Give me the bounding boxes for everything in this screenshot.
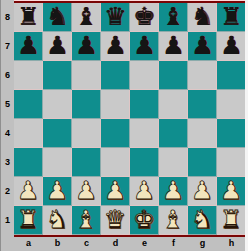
square-e4[interactable] (130, 119, 159, 148)
square-d5[interactable] (101, 90, 130, 119)
black-pawn-d7[interactable]: ♟ (104, 31, 126, 60)
rank-label-1: 1 (1, 206, 14, 235)
square-a4[interactable] (14, 119, 43, 148)
rank-label-4: 4 (1, 119, 14, 148)
square-c2[interactable]: ♟ (72, 177, 101, 206)
white-pawn-g2[interactable]: ♟ (191, 176, 213, 205)
black-queen-d8[interactable]: ♛ (104, 2, 126, 31)
square-e5[interactable] (130, 90, 159, 119)
black-knight-g8[interactable]: ♞ (191, 2, 213, 31)
file-label-c: c (72, 237, 101, 251)
black-pawn-b7[interactable]: ♟ (46, 31, 68, 60)
square-g2[interactable]: ♟ (188, 177, 217, 206)
square-f8[interactable]: ♝ (159, 3, 188, 32)
square-a5[interactable] (14, 90, 43, 119)
square-g5[interactable] (188, 90, 217, 119)
square-c7[interactable]: ♟ (72, 32, 101, 61)
rank-label-7: 7 (1, 32, 14, 61)
rank-label-5: 5 (1, 90, 14, 119)
file-label-e: e (130, 237, 159, 251)
black-pawn-e7[interactable]: ♟ (133, 31, 155, 60)
white-pawn-b2[interactable]: ♟ (46, 176, 68, 205)
square-b8[interactable]: ♞ (43, 3, 72, 32)
chess-board-window: 87654321 ♜♞♝♛♚♝♞♜♟♟♟♟♟♟♟♟♟♟♟♟♟♟♟♟♜♞♝♛♚♝♞… (0, 0, 248, 251)
black-pawn-h7[interactable]: ♟ (220, 31, 242, 60)
square-a7[interactable]: ♟ (14, 32, 43, 61)
square-e1[interactable]: ♚ (130, 206, 159, 235)
file-label-f: f (159, 237, 188, 251)
square-a3[interactable] (14, 148, 43, 177)
square-c8[interactable]: ♝ (72, 3, 101, 32)
white-pawn-f2[interactable]: ♟ (162, 176, 184, 205)
square-h5[interactable] (217, 90, 246, 119)
rank-label-3: 3 (1, 148, 14, 177)
square-c1[interactable]: ♝ (72, 206, 101, 235)
white-queen-d1[interactable]: ♛ (104, 205, 126, 234)
square-h7[interactable]: ♟ (217, 32, 246, 61)
square-h8[interactable]: ♜ (217, 3, 246, 32)
square-f3[interactable] (159, 148, 188, 177)
square-b2[interactable]: ♟ (43, 177, 72, 206)
square-g6[interactable] (188, 61, 217, 90)
white-pawn-h2[interactable]: ♟ (220, 176, 242, 205)
square-f5[interactable] (159, 90, 188, 119)
rank-label-6: 6 (1, 61, 14, 90)
file-label-g: g (188, 237, 217, 251)
black-rook-h8[interactable]: ♜ (220, 2, 242, 31)
square-e8[interactable]: ♚ (130, 3, 159, 32)
black-knight-b8[interactable]: ♞ (46, 2, 68, 31)
black-bishop-f8[interactable]: ♝ (162, 2, 184, 31)
square-f7[interactable]: ♟ (159, 32, 188, 61)
square-a1[interactable]: ♜ (14, 206, 43, 235)
square-b3[interactable] (43, 148, 72, 177)
square-e2[interactable]: ♟ (130, 177, 159, 206)
square-h1[interactable]: ♜ (217, 206, 246, 235)
file-label-b: b (43, 237, 72, 251)
square-d1[interactable]: ♛ (101, 206, 130, 235)
square-g3[interactable] (188, 148, 217, 177)
black-pawn-g7[interactable]: ♟ (191, 31, 213, 60)
black-king-e8[interactable]: ♚ (133, 2, 155, 31)
square-e7[interactable]: ♟ (130, 32, 159, 61)
file-label-d: d (101, 237, 130, 251)
white-bishop-f1[interactable]: ♝ (162, 205, 184, 234)
square-a2[interactable]: ♟ (14, 177, 43, 206)
black-bishop-c8[interactable]: ♝ (75, 2, 97, 31)
rank-label-8: 8 (1, 3, 14, 32)
board: ♜♞♝♛♚♝♞♜♟♟♟♟♟♟♟♟♟♟♟♟♟♟♟♟♜♞♝♛♚♝♞♜ (14, 3, 246, 235)
square-f6[interactable] (159, 61, 188, 90)
square-c3[interactable] (72, 148, 101, 177)
square-g4[interactable] (188, 119, 217, 148)
square-c6[interactable] (72, 61, 101, 90)
square-g1[interactable]: ♞ (188, 206, 217, 235)
rank-labels: 87654321 (1, 3, 14, 235)
file-label-h: h (217, 237, 246, 251)
square-f1[interactable]: ♝ (159, 206, 188, 235)
white-pawn-d2[interactable]: ♟ (104, 176, 126, 205)
square-h3[interactable] (217, 148, 246, 177)
square-c4[interactable] (72, 119, 101, 148)
square-b4[interactable] (43, 119, 72, 148)
file-labels: abcdefgh (14, 237, 246, 251)
square-d6[interactable] (101, 61, 130, 90)
square-f2[interactable]: ♟ (159, 177, 188, 206)
white-bishop-c1[interactable]: ♝ (75, 205, 97, 234)
square-h4[interactable] (217, 119, 246, 148)
black-pawn-c7[interactable]: ♟ (75, 31, 97, 60)
square-a6[interactable] (14, 61, 43, 90)
square-d2[interactable]: ♟ (101, 177, 130, 206)
white-pawn-c2[interactable]: ♟ (75, 176, 97, 205)
rank-label-2: 2 (1, 177, 14, 206)
square-h2[interactable]: ♟ (217, 177, 246, 206)
square-d3[interactable] (101, 148, 130, 177)
black-pawn-a7[interactable]: ♟ (17, 31, 39, 60)
square-f4[interactable] (159, 119, 188, 148)
square-b1[interactable]: ♞ (43, 206, 72, 235)
white-knight-b1[interactable]: ♞ (46, 205, 68, 234)
square-b5[interactable] (43, 90, 72, 119)
square-c5[interactable] (72, 90, 101, 119)
white-pawn-a2[interactable]: ♟ (17, 176, 39, 205)
white-rook-h1[interactable]: ♜ (220, 205, 242, 234)
black-pawn-f7[interactable]: ♟ (162, 31, 184, 60)
square-a8[interactable]: ♜ (14, 3, 43, 32)
square-g7[interactable]: ♟ (188, 32, 217, 61)
square-d4[interactable] (101, 119, 130, 148)
black-rook-a8[interactable]: ♜ (17, 2, 39, 31)
square-d8[interactable]: ♛ (101, 3, 130, 32)
square-e6[interactable] (130, 61, 159, 90)
square-b7[interactable]: ♟ (43, 32, 72, 61)
square-h6[interactable] (217, 61, 246, 90)
window-edge-highlight (245, 0, 248, 251)
board-frame: ♜♞♝♛♚♝♞♜♟♟♟♟♟♟♟♟♟♟♟♟♟♟♟♟♜♞♝♛♚♝♞♜ (14, 1, 246, 237)
square-g8[interactable]: ♞ (188, 3, 217, 32)
file-label-a: a (14, 237, 43, 251)
square-e3[interactable] (130, 148, 159, 177)
white-rook-a1[interactable]: ♜ (17, 205, 39, 234)
white-king-e1[interactable]: ♚ (133, 205, 155, 234)
square-d7[interactable]: ♟ (101, 32, 130, 61)
square-b6[interactable] (43, 61, 72, 90)
white-knight-g1[interactable]: ♞ (191, 205, 213, 234)
white-pawn-e2[interactable]: ♟ (133, 176, 155, 205)
